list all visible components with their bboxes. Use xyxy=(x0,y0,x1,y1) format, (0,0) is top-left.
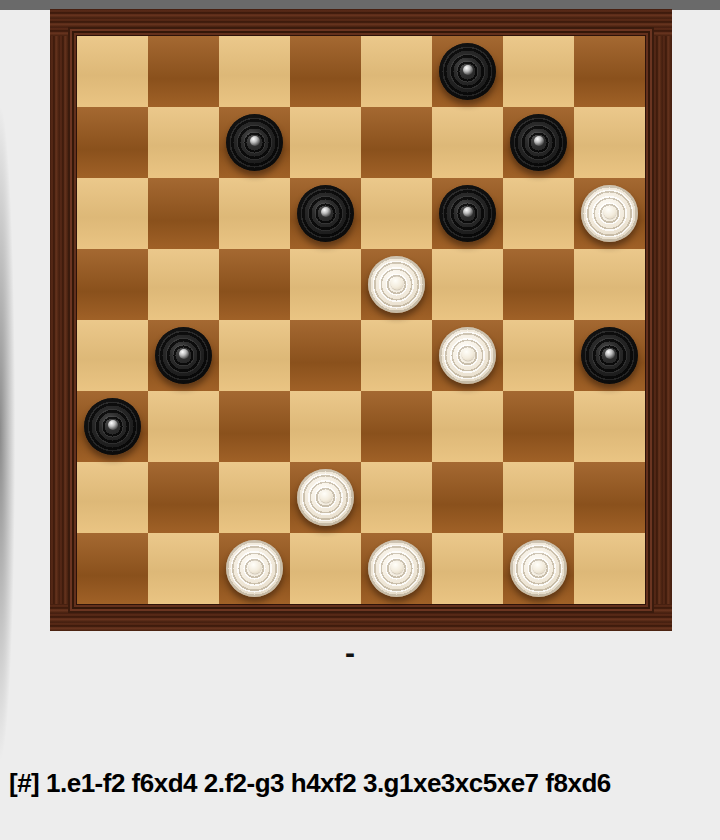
square-f4[interactable] xyxy=(432,320,503,391)
piece-center-gleam xyxy=(603,205,616,218)
square-g6[interactable] xyxy=(503,178,574,249)
piece-white-e1[interactable] xyxy=(368,540,425,597)
square-a1[interactable] xyxy=(77,533,148,604)
piece-black-b4[interactable] xyxy=(155,327,212,384)
square-g3[interactable] xyxy=(503,391,574,462)
checkers-board[interactable] xyxy=(77,36,645,604)
square-c5[interactable] xyxy=(219,249,290,320)
square-g7[interactable] xyxy=(503,107,574,178)
square-b3[interactable] xyxy=(148,391,219,462)
square-b4[interactable] xyxy=(148,320,219,391)
square-f2[interactable] xyxy=(432,462,503,533)
piece-white-e5[interactable] xyxy=(368,256,425,313)
square-a2[interactable] xyxy=(77,462,148,533)
square-h4[interactable] xyxy=(574,320,645,391)
square-c8[interactable] xyxy=(219,36,290,107)
square-g4[interactable] xyxy=(503,320,574,391)
board-frame xyxy=(50,9,672,631)
square-c6[interactable] xyxy=(219,178,290,249)
square-d2[interactable] xyxy=(290,462,361,533)
square-f5[interactable] xyxy=(432,249,503,320)
piece-black-h4[interactable] xyxy=(581,327,638,384)
square-e7[interactable] xyxy=(361,107,432,178)
square-f3[interactable] xyxy=(432,391,503,462)
square-a4[interactable] xyxy=(77,320,148,391)
square-h6[interactable] xyxy=(574,178,645,249)
square-c7[interactable] xyxy=(219,107,290,178)
piece-center-gleam xyxy=(390,560,403,573)
square-h2[interactable] xyxy=(574,462,645,533)
piece-black-a3[interactable] xyxy=(84,398,141,455)
square-g2[interactable] xyxy=(503,462,574,533)
square-h8[interactable] xyxy=(574,36,645,107)
square-h1[interactable] xyxy=(574,533,645,604)
piece-center-gleam xyxy=(248,560,261,573)
piece-white-h6[interactable] xyxy=(581,185,638,242)
piece-center-gleam xyxy=(179,349,189,359)
move-list-line: [#] 1.e1-f2 f6xd4 2.f2-g3 h4xf2 3.g1xe3x… xyxy=(9,767,715,800)
square-f6[interactable] xyxy=(432,178,503,249)
move-list: [#] 1.e1-f2 f6xd4 2.f2-g3 h4xf2 3.g1xe3x… xyxy=(9,701,715,840)
square-b5[interactable] xyxy=(148,249,219,320)
left-edge-shadow xyxy=(0,88,16,778)
square-g5[interactable] xyxy=(503,249,574,320)
square-e8[interactable] xyxy=(361,36,432,107)
square-b7[interactable] xyxy=(148,107,219,178)
square-e5[interactable] xyxy=(361,249,432,320)
piece-black-g7[interactable] xyxy=(510,114,567,171)
square-c2[interactable] xyxy=(219,462,290,533)
square-b8[interactable] xyxy=(148,36,219,107)
square-d1[interactable] xyxy=(290,533,361,604)
square-b6[interactable] xyxy=(148,178,219,249)
square-d4[interactable] xyxy=(290,320,361,391)
square-f1[interactable] xyxy=(432,533,503,604)
square-e4[interactable] xyxy=(361,320,432,391)
square-c4[interactable] xyxy=(219,320,290,391)
square-e3[interactable] xyxy=(361,391,432,462)
square-a3[interactable] xyxy=(77,391,148,462)
piece-white-f4[interactable] xyxy=(439,327,496,384)
square-g8[interactable] xyxy=(503,36,574,107)
piece-black-f6[interactable] xyxy=(439,185,496,242)
square-h3[interactable] xyxy=(574,391,645,462)
square-e2[interactable] xyxy=(361,462,432,533)
square-d5[interactable] xyxy=(290,249,361,320)
square-a7[interactable] xyxy=(77,107,148,178)
piece-center-gleam xyxy=(108,420,118,430)
piece-center-gleam xyxy=(463,65,473,75)
square-h7[interactable] xyxy=(574,107,645,178)
square-e1[interactable] xyxy=(361,533,432,604)
square-a8[interactable] xyxy=(77,36,148,107)
piece-black-c7[interactable] xyxy=(226,114,283,171)
piece-center-gleam xyxy=(390,276,403,289)
piece-black-f8[interactable] xyxy=(439,43,496,100)
square-f8[interactable] xyxy=(432,36,503,107)
piece-center-gleam xyxy=(532,560,545,573)
piece-center-gleam xyxy=(319,489,332,502)
piece-black-d6[interactable] xyxy=(297,185,354,242)
square-e6[interactable] xyxy=(361,178,432,249)
square-c3[interactable] xyxy=(219,391,290,462)
square-d8[interactable] xyxy=(290,36,361,107)
square-d6[interactable] xyxy=(290,178,361,249)
square-d7[interactable] xyxy=(290,107,361,178)
square-a6[interactable] xyxy=(77,178,148,249)
square-d3[interactable] xyxy=(290,391,361,462)
piece-center-gleam xyxy=(321,207,331,217)
piece-center-gleam xyxy=(463,207,473,217)
piece-center-gleam xyxy=(461,347,474,360)
piece-white-g1[interactable] xyxy=(510,540,567,597)
piece-center-gleam xyxy=(250,136,260,146)
square-c1[interactable] xyxy=(219,533,290,604)
square-a5[interactable] xyxy=(77,249,148,320)
square-b1[interactable] xyxy=(148,533,219,604)
square-g1[interactable] xyxy=(503,533,574,604)
piece-white-c1[interactable] xyxy=(226,540,283,597)
piece-white-d2[interactable] xyxy=(297,469,354,526)
square-b2[interactable] xyxy=(148,462,219,533)
piece-center-gleam xyxy=(534,136,544,146)
last-move-indicator: - xyxy=(0,636,700,670)
square-f7[interactable] xyxy=(432,107,503,178)
square-h5[interactable] xyxy=(574,249,645,320)
piece-center-gleam xyxy=(605,349,615,359)
